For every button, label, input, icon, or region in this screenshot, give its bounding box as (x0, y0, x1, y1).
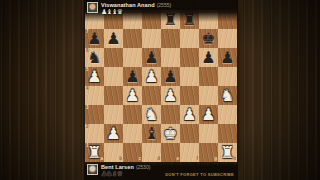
player-bar-bottom: Bent Larsen (2530) ♟♞♝♛ DON'T FORGET TO … (84, 162, 238, 180)
square-b1[interactable]: b (104, 143, 123, 162)
player-rating-bottom: (2530) (136, 164, 150, 170)
captured-tray-top: ♟♝♝♛ (101, 9, 171, 15)
square-b3[interactable] (104, 105, 123, 124)
square-a5[interactable]: 5♟ (85, 67, 104, 86)
piece-white-knight[interactable]: ♞ (218, 86, 237, 105)
square-d1[interactable]: d (142, 143, 161, 162)
square-d5[interactable]: ♟ (142, 67, 161, 86)
square-e4[interactable]: ♟ (161, 86, 180, 105)
square-g2[interactable] (199, 124, 218, 143)
square-a3[interactable]: 3 (85, 105, 104, 124)
square-h5[interactable] (218, 67, 237, 86)
square-b2[interactable]: ♟ (104, 124, 123, 143)
piece-black-pawn[interactable]: ♟ (199, 48, 218, 67)
player-bar-top: Viswanathan Anand (2555) ♟♝♝♛ (84, 0, 238, 22)
square-f1[interactable]: f (180, 143, 199, 162)
square-f7[interactable] (180, 29, 199, 48)
piece-white-king[interactable]: ♚ (161, 124, 180, 143)
coord-rank-4: 4 (86, 87, 89, 92)
square-a1[interactable]: 1a♜ (85, 143, 104, 162)
square-d2[interactable]: ♝ (142, 124, 161, 143)
chess-board: 8♜♜7♟♟♚6♞♟♟♟5♟♟♟♟4♟♟♞3♞♟♟2♟♝♚1a♜bcdefgh♜ (85, 10, 237, 162)
coord-rank-7: 7 (86, 30, 89, 35)
square-h7[interactable] (218, 29, 237, 48)
piece-white-knight[interactable]: ♞ (142, 105, 161, 124)
square-c1[interactable]: c (123, 143, 142, 162)
square-c3[interactable] (123, 105, 142, 124)
square-h6[interactable]: ♟ (218, 48, 237, 67)
player-rating-top: (2555) (157, 2, 171, 8)
square-e1[interactable]: e (161, 143, 180, 162)
captured-tray-bottom: ♟♞♝♛ (101, 171, 150, 177)
square-e3[interactable] (161, 105, 180, 124)
square-g7[interactable]: ♚ (199, 29, 218, 48)
square-d6[interactable]: ♟ (142, 48, 161, 67)
square-e6[interactable] (161, 48, 180, 67)
coord-file-b: b (119, 157, 122, 162)
square-a7[interactable]: 7♟ (85, 29, 104, 48)
square-b6[interactable] (104, 48, 123, 67)
coord-file-a: a (100, 157, 103, 162)
piece-black-bishop[interactable]: ♝ (142, 124, 161, 143)
square-f5[interactable] (180, 67, 199, 86)
piece-white-pawn[interactable]: ♟ (142, 67, 161, 86)
piece-white-pawn[interactable]: ♟ (180, 105, 199, 124)
coord-rank-5: 5 (86, 68, 89, 73)
coord-file-e: e (176, 157, 179, 162)
square-h3[interactable] (218, 105, 237, 124)
piece-black-pawn[interactable]: ♟ (142, 48, 161, 67)
square-g5[interactable] (199, 67, 218, 86)
captured-white-queen-icon: ♛ (117, 9, 122, 15)
square-d4[interactable] (142, 86, 161, 105)
square-d7[interactable] (142, 29, 161, 48)
piece-white-pawn[interactable]: ♟ (161, 86, 180, 105)
piece-black-pawn[interactable]: ♟ (218, 48, 237, 67)
square-c6[interactable] (123, 48, 142, 67)
square-g6[interactable]: ♟ (199, 48, 218, 67)
square-c4[interactable]: ♟ (123, 86, 142, 105)
square-h4[interactable]: ♞ (218, 86, 237, 105)
square-b5[interactable] (104, 67, 123, 86)
square-d3[interactable]: ♞ (142, 105, 161, 124)
piece-black-pawn[interactable]: ♟ (123, 67, 142, 86)
square-a4[interactable]: 4 (85, 86, 104, 105)
subscribe-watermark: DON'T FORGET TO SUBSCRIBE (165, 172, 234, 177)
square-f2[interactable] (180, 124, 199, 143)
piece-white-pawn[interactable]: ♟ (104, 124, 123, 143)
square-c7[interactable] (123, 29, 142, 48)
coord-file-f: f (197, 157, 199, 162)
square-h1[interactable]: h♜ (218, 143, 237, 162)
square-g3[interactable]: ♟ (199, 105, 218, 124)
square-a2[interactable]: 2 (85, 124, 104, 143)
square-e5[interactable]: ♟ (161, 67, 180, 86)
coord-rank-2: 2 (86, 125, 89, 130)
square-e7[interactable] (161, 29, 180, 48)
square-c2[interactable] (123, 124, 142, 143)
coord-file-c: c (138, 157, 141, 162)
video-frame: 8♜♜7♟♟♚6♞♟♟♟5♟♟♟♟4♟♟♞3♞♟♟2♟♝♚1a♜bcdefgh♜… (0, 0, 320, 180)
player-avatar-bottom (87, 164, 98, 175)
captured-black-queen-icon: ♛ (117, 171, 122, 177)
square-h2[interactable] (218, 124, 237, 143)
piece-black-pawn[interactable]: ♟ (161, 67, 180, 86)
piece-black-king[interactable]: ♚ (199, 29, 218, 48)
coord-rank-6: 6 (86, 49, 89, 54)
coord-file-g: g (214, 157, 217, 162)
square-f4[interactable] (180, 86, 199, 105)
coord-rank-1: 1 (86, 144, 89, 149)
player-avatar-top (87, 2, 98, 13)
coord-file-h: h (233, 157, 236, 162)
square-f6[interactable] (180, 48, 199, 67)
coord-file-d: d (157, 157, 160, 162)
piece-white-pawn[interactable]: ♟ (199, 105, 218, 124)
piece-black-pawn[interactable]: ♟ (104, 29, 123, 48)
square-e2[interactable]: ♚ (161, 124, 180, 143)
square-g4[interactable] (199, 86, 218, 105)
piece-white-pawn[interactable]: ♟ (123, 86, 142, 105)
square-f3[interactable]: ♟ (180, 105, 199, 124)
square-b7[interactable]: ♟ (104, 29, 123, 48)
coord-rank-3: 3 (86, 106, 89, 111)
square-b4[interactable] (104, 86, 123, 105)
square-c5[interactable]: ♟ (123, 67, 142, 86)
square-a6[interactable]: 6♞ (85, 48, 104, 67)
square-g1[interactable]: g (199, 143, 218, 162)
